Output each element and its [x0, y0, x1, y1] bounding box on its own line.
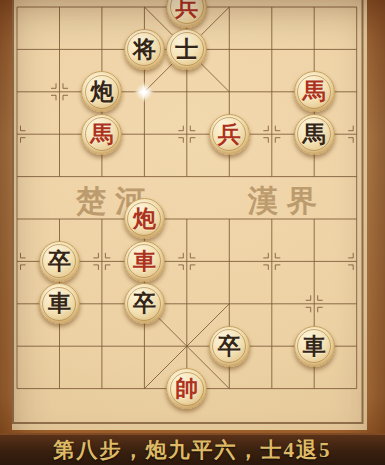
piece-red-horse[interactable]: 馬: [81, 114, 122, 155]
board-point[interactable]: 馬: [293, 113, 335, 155]
board-point[interactable]: [38, 28, 80, 70]
board-point[interactable]: [251, 283, 293, 325]
board-point[interactable]: [208, 198, 250, 240]
board-point[interactable]: 将: [123, 28, 165, 70]
board-point[interactable]: [251, 155, 293, 197]
board-point[interactable]: [123, 113, 165, 155]
piece-black-horse[interactable]: 馬: [294, 114, 335, 155]
board-point[interactable]: 車: [123, 240, 165, 282]
piece-glyph: 炮: [90, 80, 113, 103]
piece-glyph: 馬: [303, 80, 326, 103]
board-point[interactable]: 士: [166, 28, 208, 70]
piece-glyph: 将: [133, 38, 156, 61]
board-point[interactable]: [123, 155, 165, 197]
board-point[interactable]: [293, 240, 335, 282]
board-point[interactable]: [38, 0, 80, 28]
piece-red-soldier[interactable]: 兵: [166, 0, 207, 28]
piece-glyph: 車: [133, 250, 156, 273]
piece-glyph: 卒: [218, 335, 241, 358]
xiangqi-app: 楚河 漢界 兵将士炮馬馬兵馬炮卒車車卒卒車帥 第八步，炮九平六，士4退5: [0, 0, 385, 465]
board-point[interactable]: [81, 28, 123, 70]
piece-glyph: 車: [303, 335, 326, 358]
board-point[interactable]: [38, 113, 80, 155]
board-point[interactable]: [251, 71, 293, 113]
board-point[interactable]: 炮: [123, 198, 165, 240]
board-point[interactable]: 卒: [123, 283, 165, 325]
xiangqi-board[interactable]: 楚河 漢界 兵将士炮馬馬兵馬炮卒車車卒卒車帥: [12, 0, 367, 430]
board-point[interactable]: [123, 71, 165, 113]
move-caption-text: 第八步，炮九平六，士4退5: [54, 436, 332, 464]
board-point[interactable]: [208, 283, 250, 325]
board-point[interactable]: [12, 283, 38, 325]
board-point[interactable]: [166, 283, 208, 325]
board-point[interactable]: [335, 0, 367, 28]
board-point[interactable]: [251, 198, 293, 240]
board-point[interactable]: [166, 155, 208, 197]
piece-black-soldier[interactable]: 卒: [124, 283, 165, 324]
board-point[interactable]: [12, 240, 38, 282]
board-point[interactable]: [166, 113, 208, 155]
board-point[interactable]: [38, 198, 80, 240]
board-point[interactable]: [166, 198, 208, 240]
board-point[interactable]: [293, 283, 335, 325]
board-point[interactable]: [12, 325, 38, 367]
board-point[interactable]: [335, 325, 367, 367]
board-point[interactable]: [251, 367, 293, 409]
board-point[interactable]: [166, 71, 208, 113]
board-point[interactable]: [12, 367, 38, 409]
move-caption-bar: 第八步，炮九平六，士4退5: [0, 433, 385, 465]
piece-glyph: 馬: [90, 123, 113, 146]
board-point[interactable]: [123, 367, 165, 409]
board-point[interactable]: [251, 0, 293, 28]
board-point[interactable]: [12, 113, 38, 155]
board-point[interactable]: [38, 155, 80, 197]
piece-glyph: 士: [175, 38, 198, 61]
piece-glyph: 炮: [133, 207, 156, 230]
board-point[interactable]: [166, 240, 208, 282]
board-point[interactable]: [208, 367, 250, 409]
board-point[interactable]: [81, 283, 123, 325]
board-point[interactable]: 兵: [166, 0, 208, 28]
board-point[interactable]: [251, 113, 293, 155]
piece-glyph: 帥: [175, 377, 198, 400]
piece-black-soldier[interactable]: 卒: [39, 241, 80, 282]
board-point[interactable]: [12, 155, 38, 197]
piece-glyph: 馬: [303, 123, 326, 146]
board-point[interactable]: [251, 28, 293, 70]
board-point[interactable]: [81, 198, 123, 240]
board-point[interactable]: 卒: [208, 325, 250, 367]
board-point[interactable]: [335, 367, 367, 409]
board-point[interactable]: [81, 367, 123, 409]
board-point[interactable]: [81, 0, 123, 28]
board-point[interactable]: [251, 325, 293, 367]
piece-glyph: 卒: [48, 250, 71, 273]
board-point[interactable]: [293, 28, 335, 70]
piece-glyph: 卒: [133, 292, 156, 315]
board-point[interactable]: 車: [293, 325, 335, 367]
piece-black-advisor[interactable]: 士: [166, 29, 207, 70]
board-point[interactable]: [335, 198, 367, 240]
board-point[interactable]: 兵: [208, 113, 250, 155]
board-point[interactable]: 卒: [38, 240, 80, 282]
board-point[interactable]: [335, 283, 367, 325]
piece-red-general[interactable]: 帥: [166, 368, 207, 409]
last-move-sparkle-effect: [133, 81, 155, 103]
board-point[interactable]: [123, 325, 165, 367]
board-point[interactable]: 馬: [293, 71, 335, 113]
piece-black-chariot[interactable]: 車: [39, 283, 80, 324]
piece-black-general[interactable]: 将: [124, 29, 165, 70]
board-point[interactable]: [293, 198, 335, 240]
board-point[interactable]: [12, 71, 38, 113]
board-point[interactable]: [335, 28, 367, 70]
piece-red-cannon[interactable]: 炮: [124, 198, 165, 239]
board-point[interactable]: [12, 0, 38, 28]
board-point[interactable]: [166, 325, 208, 367]
board-point[interactable]: 車: [38, 283, 80, 325]
piece-red-horse[interactable]: 馬: [294, 71, 335, 112]
board-point[interactable]: [251, 240, 293, 282]
piece-red-chariot[interactable]: 車: [124, 241, 165, 282]
board-point[interactable]: [12, 28, 38, 70]
board-point[interactable]: 帥: [166, 367, 208, 409]
board-point[interactable]: [335, 155, 367, 197]
board-point[interactable]: [81, 155, 123, 197]
board-point[interactable]: [38, 71, 80, 113]
board-point[interactable]: [293, 0, 335, 28]
piece-red-soldier[interactable]: 兵: [209, 114, 250, 155]
board-point[interactable]: [208, 240, 250, 282]
board-point[interactable]: [335, 71, 367, 113]
board-point[interactable]: 馬: [81, 113, 123, 155]
board-point[interactable]: [208, 71, 250, 113]
piece-black-chariot[interactable]: 車: [294, 326, 335, 367]
piece-black-cannon[interactable]: 炮: [81, 71, 122, 112]
board-point[interactable]: [208, 28, 250, 70]
board-point[interactable]: [335, 113, 367, 155]
board-point[interactable]: [81, 240, 123, 282]
board-grid: 兵将士炮馬馬兵馬炮卒車車卒卒車帥: [12, 0, 367, 410]
board-point[interactable]: [38, 325, 80, 367]
board-point[interactable]: [335, 240, 367, 282]
board-point[interactable]: [293, 367, 335, 409]
board-point[interactable]: 炮: [81, 71, 123, 113]
board-point[interactable]: [81, 325, 123, 367]
board-point[interactable]: [208, 155, 250, 197]
board-point[interactable]: [12, 198, 38, 240]
piece-glyph: 兵: [175, 0, 198, 19]
board-point[interactable]: [123, 0, 165, 28]
board-point[interactable]: [293, 155, 335, 197]
board-point[interactable]: [208, 0, 250, 28]
piece-glyph: 車: [48, 292, 71, 315]
board-point[interactable]: [38, 367, 80, 409]
piece-glyph: 兵: [218, 123, 241, 146]
piece-black-soldier[interactable]: 卒: [209, 326, 250, 367]
